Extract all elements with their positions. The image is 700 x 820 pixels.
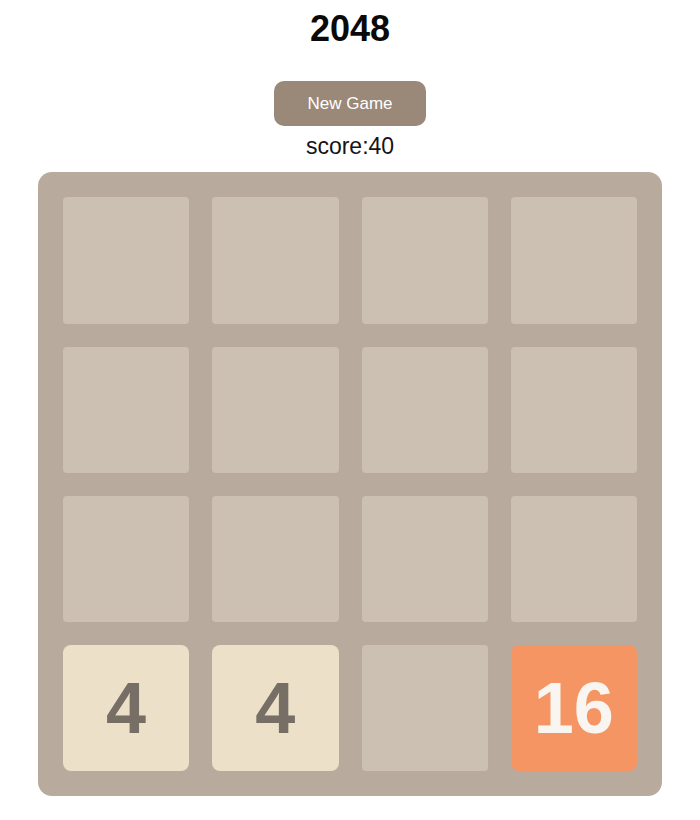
cell-r0c2-empty xyxy=(362,197,488,323)
score-text: score:40 xyxy=(306,133,394,160)
cell-r2c0-empty xyxy=(63,496,189,622)
cell-r0c3-empty xyxy=(511,197,637,323)
cell-r3c1-tile-4: 4 xyxy=(212,645,338,771)
cell-r2c3-empty xyxy=(511,496,637,622)
page-title: 2048 xyxy=(310,8,390,49)
cell-r3c0-tile-4: 4 xyxy=(63,645,189,771)
cell-r0c1-empty xyxy=(212,197,338,323)
new-game-button[interactable]: New Game xyxy=(274,81,426,126)
page: 2048 New Game score:40 4416 xyxy=(0,0,700,820)
cell-r3c3-tile-16: 16 xyxy=(511,645,637,771)
cell-r1c0-empty xyxy=(63,347,189,473)
cell-r2c1-empty xyxy=(212,496,338,622)
board: 4416 xyxy=(38,172,662,796)
button-row: New Game xyxy=(274,81,426,126)
cell-r0c0-empty xyxy=(63,197,189,323)
cell-r1c3-empty xyxy=(511,347,637,473)
cell-r2c2-empty xyxy=(362,496,488,622)
cell-r3c2-empty xyxy=(362,645,488,771)
cell-r1c2-empty xyxy=(362,347,488,473)
cell-r1c1-empty xyxy=(212,347,338,473)
